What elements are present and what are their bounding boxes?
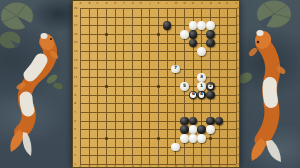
coordinate-label-left: 2 <box>72 153 80 158</box>
coordinate-label-bottom: R <box>215 164 223 168</box>
coordinate-label-right: 2 <box>234 153 242 158</box>
coordinate-label-right: 18 <box>234 14 242 19</box>
black-stone[interactable] <box>180 117 188 125</box>
coordinate-label-left: 7 <box>72 110 80 115</box>
grid-line-vertical <box>175 8 176 164</box>
coordinate-label-top: F <box>120 1 128 6</box>
coordinate-label-top: C <box>94 1 102 6</box>
white-stone[interactable] <box>206 125 214 133</box>
coordinate-label-left: 3 <box>72 145 80 150</box>
star-point <box>105 137 108 140</box>
white-stone[interactable]: 7 <box>171 65 179 73</box>
move-number: 4 <box>197 91 205 99</box>
black-stone[interactable] <box>189 39 197 47</box>
coordinate-label-top: B <box>85 1 93 6</box>
star-point <box>105 85 108 88</box>
coordinate-label-top: P <box>198 1 206 6</box>
coordinate-label-left: 15 <box>72 40 80 45</box>
coordinate-label-right: 16 <box>234 32 242 37</box>
coordinate-label-bottom: O <box>189 164 197 168</box>
coordinate-label-top: E <box>111 1 119 6</box>
coordinate-label-bottom: C <box>94 164 102 168</box>
coordinate-label-bottom: G <box>128 164 136 168</box>
black-stone[interactable] <box>180 125 188 133</box>
move-number: 7 <box>171 65 179 73</box>
white-stone[interactable] <box>189 125 197 133</box>
coordinate-label-bottom: L <box>163 164 171 168</box>
coordinate-label-bottom: D <box>102 164 110 168</box>
coordinate-label-top: D <box>102 1 110 6</box>
coordinate-label-right: 3 <box>234 145 242 150</box>
coordinate-label-left: 11 <box>72 75 80 80</box>
coordinate-label-right: 15 <box>234 40 242 45</box>
grid-line-vertical <box>219 8 220 164</box>
coordinate-label-top: H <box>137 1 145 6</box>
coordinate-label-bottom: M <box>172 164 180 168</box>
coordinate-label-left: 5 <box>72 127 80 132</box>
lily-pad <box>0 3 33 49</box>
coordinate-label-left: 13 <box>72 58 80 63</box>
move-number: 3 <box>197 73 205 81</box>
coordinate-label-right: 13 <box>234 58 242 63</box>
coordinate-label-right: 12 <box>234 66 242 71</box>
star-point <box>105 33 108 36</box>
go-board[interactable]: ABCDEFGHJKLMNOPQRSTABCDEFGHJKLMNOPQRST19… <box>72 0 240 168</box>
black-stone[interactable]: 6 <box>189 91 197 99</box>
black-stone[interactable] <box>189 117 197 125</box>
coordinate-label-right: 6 <box>234 119 242 124</box>
coordinate-label-bottom: S <box>224 164 232 168</box>
star-point <box>157 137 160 140</box>
black-stone[interactable]: 4 <box>197 91 205 99</box>
black-stone[interactable] <box>206 117 214 125</box>
coordinate-label-bottom: Q <box>206 164 214 168</box>
grid-line-horizontal <box>80 103 236 104</box>
coordinate-label-right: 1 <box>234 162 242 167</box>
white-stone[interactable]: 1 <box>197 82 205 90</box>
coordinate-label-top: N <box>180 1 188 6</box>
white-stone[interactable] <box>180 134 188 142</box>
black-stone[interactable] <box>197 125 205 133</box>
coordinate-label-right: 10 <box>234 84 242 89</box>
coordinate-label-left: 14 <box>72 49 80 54</box>
black-stone[interactable] <box>206 30 214 38</box>
white-stone[interactable] <box>189 21 197 29</box>
coordinate-label-left: 10 <box>72 84 80 89</box>
coordinate-label-top: L <box>163 1 171 6</box>
black-stone[interactable] <box>163 21 171 29</box>
black-stone[interactable] <box>215 117 223 125</box>
coordinate-label-left: 9 <box>72 93 80 98</box>
coordinate-label-left: 17 <box>72 23 80 28</box>
coordinate-label-right: 5 <box>234 127 242 132</box>
move-number: 5 <box>180 82 188 90</box>
coordinate-label-top: O <box>189 1 197 6</box>
white-stone[interactable] <box>180 30 188 38</box>
coordinate-label-right: 4 <box>234 136 242 141</box>
coordinate-label-right: 14 <box>234 49 242 54</box>
white-stone[interactable] <box>171 143 179 151</box>
coordinate-label-top: Q <box>206 1 214 6</box>
go-game-scene: ABCDEFGHJKLMNOPQRSTABCDEFGHJKLMNOPQRST19… <box>0 0 300 168</box>
coordinate-label-top: M <box>172 1 180 6</box>
coordinate-label-top: S <box>224 1 232 6</box>
coordinate-label-left: 1 <box>72 162 80 167</box>
coordinate-label-right: 11 <box>234 75 242 80</box>
coordinate-label-bottom: N <box>180 164 188 168</box>
coordinate-label-bottom: F <box>120 164 128 168</box>
coordinate-label-right: 7 <box>234 110 242 115</box>
white-stone[interactable] <box>189 134 197 142</box>
grid-line-vertical <box>227 8 228 164</box>
star-point <box>209 137 212 140</box>
coordinate-label-left: 4 <box>72 136 80 141</box>
move-number: 6 <box>189 91 197 99</box>
coordinate-label-right: 9 <box>234 93 242 98</box>
coordinate-label-left: 6 <box>72 119 80 124</box>
black-stone[interactable] <box>189 30 197 38</box>
grid-line-vertical <box>167 8 168 164</box>
black-stone[interactable] <box>206 39 214 47</box>
star-point <box>157 85 160 88</box>
coordinate-label-right: 19 <box>234 6 242 11</box>
coordinate-label-bottom: H <box>137 164 145 168</box>
white-stone[interactable] <box>197 134 205 142</box>
white-stone[interactable]: 3 <box>197 73 205 81</box>
coordinate-label-top: J <box>146 1 154 6</box>
coordinate-label-bottom: E <box>111 164 119 168</box>
coordinate-label-bottom: K <box>154 164 162 168</box>
move-number: 2 <box>206 82 214 90</box>
koi-fish-right <box>247 29 286 162</box>
star-point <box>157 33 160 36</box>
grid-line-horizontal <box>80 112 236 113</box>
coordinate-label-left: 18 <box>72 14 80 19</box>
grid-line-horizontal <box>80 155 236 156</box>
grid-line-horizontal <box>80 147 236 148</box>
coordinate-label-bottom: J <box>146 164 154 168</box>
white-stone[interactable] <box>197 21 205 29</box>
move-number: 1 <box>197 82 205 90</box>
coordinate-label-left: 19 <box>72 6 80 11</box>
coordinate-label-left: 8 <box>72 101 80 106</box>
coordinate-label-top: K <box>154 1 162 6</box>
coordinate-label-bottom: P <box>198 164 206 168</box>
coordinate-label-right: 8 <box>234 101 242 106</box>
coordinate-label-left: 16 <box>72 32 80 37</box>
black-stone[interactable] <box>206 91 214 99</box>
coordinate-label-bottom: B <box>85 164 93 168</box>
coordinate-label-right: 17 <box>234 23 242 28</box>
white-stone[interactable] <box>206 21 214 29</box>
coordinate-label-top: R <box>215 1 223 6</box>
coordinate-label-top: G <box>128 1 136 6</box>
coordinate-label-left: 12 <box>72 66 80 71</box>
koi-fish-left <box>10 31 63 156</box>
white-stone[interactable]: 5 <box>180 82 188 90</box>
black-stone[interactable]: 2 <box>206 82 214 90</box>
white-stone[interactable] <box>197 47 205 55</box>
